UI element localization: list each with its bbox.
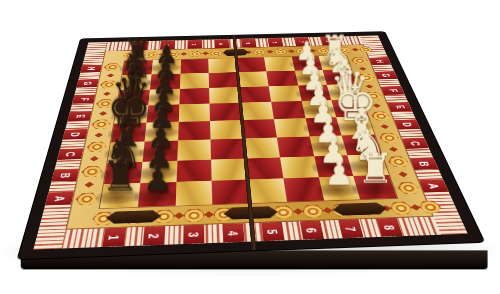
file-number-text: 2 xyxy=(147,233,161,238)
hexagon-rosette xyxy=(74,192,99,206)
diamond-ornament xyxy=(204,211,214,218)
rank-letter-text: F xyxy=(387,89,399,92)
file-number-far-text: 3 xyxy=(191,44,197,46)
rank-letter-label: C xyxy=(402,138,429,149)
hexagon-rosette xyxy=(274,49,288,55)
hexagon-rosette xyxy=(271,205,296,219)
chess-set-photo: 12345678 12345678 ABCDEFGH ABCDEFGH ♜♟♟♜… xyxy=(0,0,500,294)
file-number-far-label: 6 xyxy=(267,38,283,47)
board-square xyxy=(239,86,271,103)
file-number-far-label: 4 xyxy=(214,39,229,48)
file-number-label: 5 xyxy=(261,222,284,241)
board-square xyxy=(210,120,243,139)
rank-letter-text: B xyxy=(417,161,431,166)
board-square: ♜ xyxy=(100,183,140,208)
diamond-ornament xyxy=(174,212,184,219)
hexagon-rosette xyxy=(252,49,266,55)
file-number-text: 4 xyxy=(226,230,240,235)
rank-letter-text: E xyxy=(74,114,86,118)
rank-letter-text: G xyxy=(380,73,391,77)
board-square: ♟ xyxy=(318,176,360,200)
hexagon-rosette xyxy=(210,50,223,56)
diamond-ornament xyxy=(202,52,209,56)
board-square xyxy=(238,71,269,87)
file-number-label: 3 xyxy=(183,225,204,245)
hexagon-rosette xyxy=(80,165,103,177)
board-square xyxy=(178,121,211,140)
diamond-ornament xyxy=(180,52,187,56)
piece-white-rook: ♜ xyxy=(357,148,394,189)
file-number-label: 7 xyxy=(338,219,363,238)
diamond-ornament xyxy=(90,156,99,162)
board-square xyxy=(209,87,240,104)
hexagon-rosette xyxy=(188,51,201,57)
board-square xyxy=(208,58,237,73)
board-square: ♜ xyxy=(354,175,397,199)
file-number-label: 6 xyxy=(299,220,323,239)
rank-letter-text: F xyxy=(78,97,89,100)
board-square xyxy=(211,138,246,159)
file-number-far-label: 3 xyxy=(187,40,202,49)
file-number-far-text: 5 xyxy=(245,42,251,44)
rank-letter-text: H xyxy=(86,67,97,70)
board-square xyxy=(246,157,284,180)
file-number-label: 1 xyxy=(102,227,126,247)
rank-letter-label: H xyxy=(80,64,102,72)
file-number-far-text: 4 xyxy=(218,43,224,45)
rank-letter-text: E xyxy=(393,105,405,109)
board-square xyxy=(244,137,280,158)
rank-letter-text: A xyxy=(426,183,441,189)
diamond-ornament xyxy=(411,204,421,211)
board-square: ♟ xyxy=(138,182,176,207)
frame-front-edge xyxy=(21,250,488,269)
board-square xyxy=(248,179,287,203)
diamond-ornament xyxy=(288,50,295,53)
hexagon-rosette xyxy=(182,208,205,222)
rank-letter-label: G xyxy=(374,71,397,79)
file-number-far-text: 8 xyxy=(325,40,331,42)
file-number-label: 2 xyxy=(142,226,164,246)
rank-letter-label: D xyxy=(394,119,420,129)
dark-emblem xyxy=(331,202,388,216)
board-square xyxy=(271,101,305,119)
file-number-label: 4 xyxy=(222,223,244,242)
hexagon-rosette xyxy=(395,181,421,194)
rank-letter-label: B xyxy=(51,169,79,182)
board-square xyxy=(210,103,242,121)
piece-black-rook: ♜ xyxy=(102,156,139,198)
diamond-ornament xyxy=(293,208,303,215)
rank-letter-text: D xyxy=(401,122,414,126)
rank-letter-label: A xyxy=(45,191,74,205)
rank-letter-text: G xyxy=(82,81,93,85)
file-number-text: 3 xyxy=(186,232,200,237)
rank-letter-label: F xyxy=(381,86,405,95)
board-square xyxy=(211,158,247,181)
board-square xyxy=(242,119,277,138)
board-square xyxy=(178,104,210,122)
board-square xyxy=(179,88,210,105)
file-number-text: 1 xyxy=(107,234,121,239)
board-square xyxy=(240,102,273,120)
rank-letter-label: E xyxy=(68,111,92,121)
file-number-label: 8 xyxy=(376,218,402,237)
board-square xyxy=(212,180,250,205)
rank-letter-label: D xyxy=(63,129,88,140)
board-square xyxy=(268,85,301,102)
board-square xyxy=(180,59,209,74)
board-square xyxy=(236,57,266,72)
file-number-far-label: 5 xyxy=(241,39,256,48)
file-number-far-text: 2 xyxy=(164,44,170,46)
rank-letter-label: B xyxy=(410,158,439,170)
rank-letter-text: D xyxy=(69,132,81,137)
piece-white-pawn: ♟ xyxy=(325,157,355,190)
file-number-text: 5 xyxy=(265,229,279,234)
board-square xyxy=(176,159,212,182)
chess-board: 12345678 12345678 ABCDEFGH ABCDEFGH ♜♟♟♜… xyxy=(18,32,484,260)
file-number-text: 7 xyxy=(343,226,358,231)
board-square xyxy=(177,139,211,160)
rank-letter-label: E xyxy=(387,102,412,112)
file-number-far-text: 6 xyxy=(272,42,278,44)
hexagon-rosette xyxy=(301,204,326,218)
rank-letter-text: H xyxy=(374,59,385,62)
file-number-far-text: 7 xyxy=(299,41,305,43)
rank-letter-label: F xyxy=(72,94,95,103)
dark-emblem xyxy=(105,210,162,224)
rank-letter-text: A xyxy=(53,195,67,201)
rank-letter-label: H xyxy=(369,57,391,65)
board-square xyxy=(209,72,239,88)
diamond-ornament xyxy=(94,133,103,138)
rank-letter-text: B xyxy=(59,172,73,177)
diamond-ornament xyxy=(323,207,333,214)
diamond-ornament xyxy=(266,50,273,53)
file-number-text: 8 xyxy=(382,225,397,230)
rank-letter-text: C xyxy=(409,141,422,146)
diamond-ornament xyxy=(398,172,407,178)
diamond-ornament xyxy=(84,182,94,188)
rank-letter-text: C xyxy=(64,151,77,156)
board-square xyxy=(180,73,210,89)
board-square xyxy=(274,118,310,137)
file-number-text: 6 xyxy=(304,227,318,232)
rank-letter-label: C xyxy=(57,148,83,160)
rank-letter-label: G xyxy=(76,79,98,88)
board-square xyxy=(175,181,212,206)
file-number-far-text: 1 xyxy=(137,45,143,47)
piece-black-pawn: ♟ xyxy=(142,163,172,197)
perspective-scene: 12345678 12345678 ABCDEFGH ABCDEFGH ♜♟♟♜… xyxy=(0,0,500,294)
rank-letter-label: A xyxy=(419,179,449,192)
